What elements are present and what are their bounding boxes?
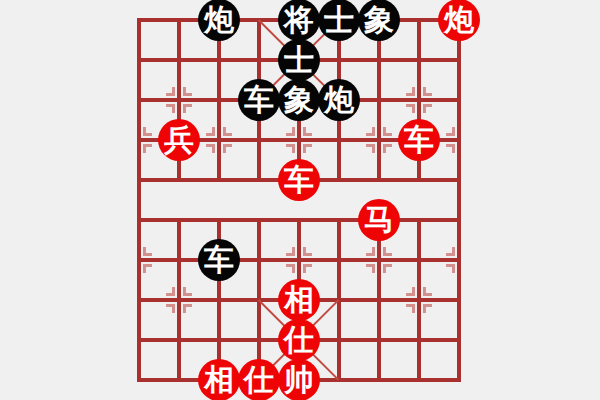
- point-marker: [366, 264, 375, 273]
- point-marker: [286, 144, 295, 153]
- point-marker: [303, 264, 312, 273]
- point-marker: [143, 127, 152, 136]
- point-marker: [183, 104, 192, 113]
- point-marker: [423, 87, 432, 96]
- piece-black-chariot[interactable]: 车: [198, 239, 240, 281]
- point-marker: [383, 247, 392, 256]
- piece-black-elephant[interactable]: 象: [358, 0, 400, 41]
- point-marker: [366, 144, 375, 153]
- point-marker: [446, 247, 455, 256]
- piece-red-elephant[interactable]: 相: [278, 279, 320, 321]
- point-marker: [223, 144, 232, 153]
- point-marker: [423, 304, 432, 313]
- point-marker: [423, 287, 432, 296]
- point-marker: [206, 127, 215, 136]
- piece-black-chariot[interactable]: 车: [238, 79, 280, 121]
- point-marker: [446, 127, 455, 136]
- point-marker: [303, 127, 312, 136]
- xiangqi-board: 炮将士象炮士车象炮兵车车马车相仕相仕帅: [0, 0, 600, 400]
- point-marker: [286, 127, 295, 136]
- piece-black-cannon[interactable]: 炮: [318, 79, 360, 121]
- piece-red-horse[interactable]: 马: [358, 199, 400, 241]
- point-marker: [406, 87, 415, 96]
- point-marker: [383, 264, 392, 273]
- point-marker: [166, 287, 175, 296]
- point-marker: [366, 247, 375, 256]
- point-marker: [143, 144, 152, 153]
- piece-red-chariot[interactable]: 车: [278, 159, 320, 201]
- point-marker: [383, 144, 392, 153]
- point-marker: [143, 264, 152, 273]
- point-marker: [406, 287, 415, 296]
- point-marker: [166, 104, 175, 113]
- point-marker: [286, 247, 295, 256]
- point-marker: [183, 287, 192, 296]
- piece-red-chariot[interactable]: 车: [398, 119, 440, 161]
- point-marker: [183, 304, 192, 313]
- point-marker: [406, 304, 415, 313]
- piece-black-advisor[interactable]: 士: [318, 0, 360, 41]
- point-marker: [423, 104, 432, 113]
- grid-line-vertical: [457, 18, 461, 382]
- grid-line-vertical: [137, 18, 141, 382]
- point-marker: [303, 144, 312, 153]
- grid-line-vertical: [377, 18, 381, 182]
- piece-red-advisor[interactable]: 仕: [278, 319, 320, 361]
- point-marker: [183, 87, 192, 96]
- piece-red-advisor[interactable]: 仕: [238, 359, 280, 400]
- point-marker: [223, 127, 232, 136]
- point-marker: [383, 127, 392, 136]
- point-marker: [286, 264, 295, 273]
- piece-black-cannon[interactable]: 炮: [198, 0, 240, 41]
- point-marker: [303, 247, 312, 256]
- point-marker: [446, 264, 455, 273]
- point-marker: [166, 304, 175, 313]
- piece-red-general[interactable]: 帅: [278, 359, 320, 400]
- point-marker: [446, 144, 455, 153]
- point-marker: [366, 127, 375, 136]
- grid-line-vertical: [177, 218, 181, 382]
- point-marker: [406, 104, 415, 113]
- point-marker: [166, 87, 175, 96]
- grid-line-vertical: [377, 218, 381, 382]
- grid-line-vertical: [417, 218, 421, 382]
- piece-red-elephant[interactable]: 相: [198, 359, 240, 400]
- grid-line-vertical: [217, 18, 221, 182]
- piece-red-soldier[interactable]: 兵: [158, 119, 200, 161]
- point-marker: [206, 144, 215, 153]
- point-marker: [143, 247, 152, 256]
- piece-black-elephant[interactable]: 象: [278, 79, 320, 121]
- piece-black-general[interactable]: 将: [278, 0, 320, 41]
- piece-red-cannon[interactable]: 炮: [438, 0, 480, 41]
- piece-black-advisor[interactable]: 士: [278, 39, 320, 81]
